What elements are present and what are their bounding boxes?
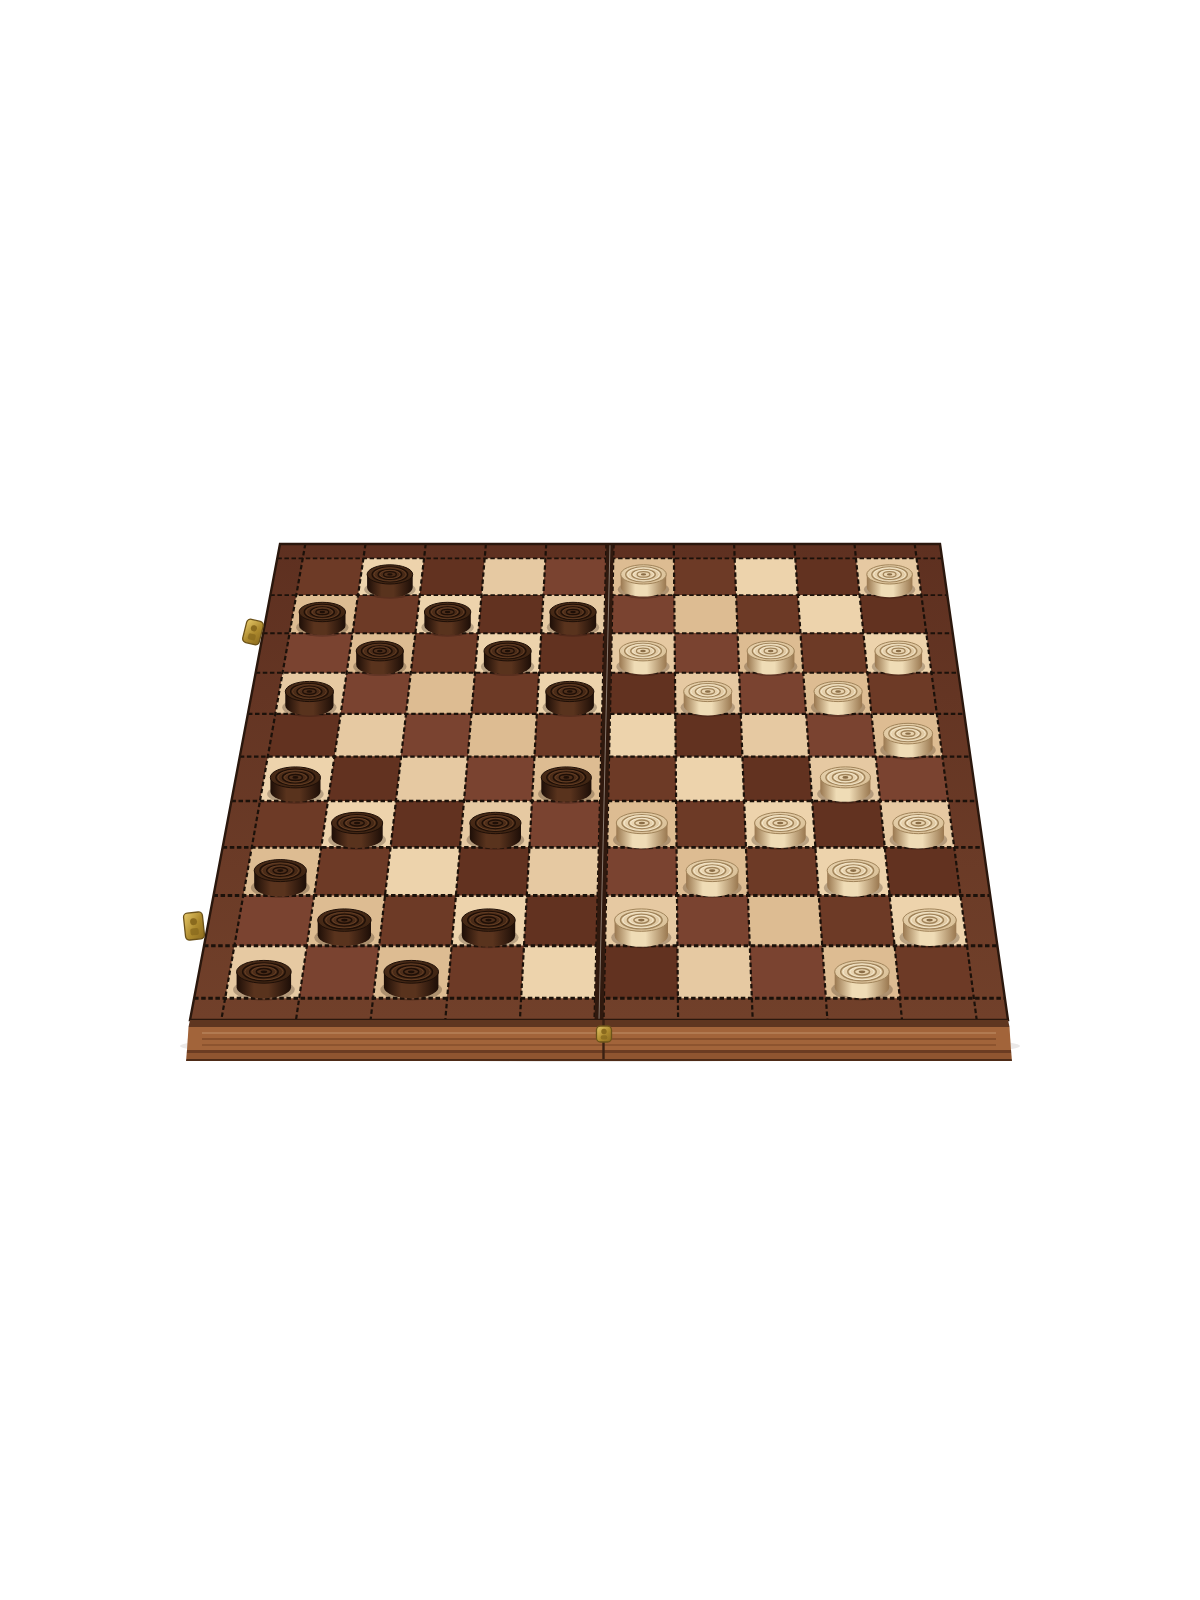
dark-checker-r10c1 [233,960,295,1000]
square-r2c6 [612,595,675,633]
square-r2c8 [736,595,800,633]
dark-checker-r9c2 [314,909,374,948]
light-checker-r9c6 [611,909,671,948]
square-r6c7 [676,757,744,801]
square-r1c7 [674,558,736,595]
square-r9c8 [748,896,822,946]
square-r5c5 [534,714,602,757]
dark-checker-r1c2 [364,565,415,599]
light-checker-r4c7 [681,681,735,717]
light-checker-r7c8 [751,812,809,850]
square-r8c6 [606,847,677,895]
square-r6c4 [464,757,534,801]
dark-checker-r6c1 [267,767,324,804]
square-r10c4 [447,946,524,999]
checkers-board-photo [0,0,1200,1600]
square-r10c7 [677,946,752,999]
dark-checker-r8c1 [251,860,310,899]
box-side-groove [187,1050,1012,1053]
square-r4c8 [739,673,806,714]
square-r6c6 [608,757,676,801]
square-r6c2 [328,757,401,801]
square-r1c9 [795,558,859,595]
square-r2c10 [860,595,927,633]
square-r1c4 [482,558,546,595]
light-checker-r3c6 [616,641,669,676]
square-r7c5 [529,801,600,847]
square-r9c7 [677,896,750,946]
light-checker-r10c9 [831,960,893,1000]
square-r8c8 [746,847,819,895]
square-r2c9 [798,595,864,633]
dark-checker-r2c5 [547,602,599,636]
square-r2c4 [478,595,543,633]
light-checker-r3c10 [872,641,925,676]
brass-hinge-center [597,1026,612,1042]
square-r9c9 [819,896,895,946]
square-r5c6 [609,714,676,757]
square-r4c4 [471,673,539,714]
square-r3c3 [411,633,479,673]
square-r7c3 [391,801,464,847]
square-r5c1 [268,714,341,757]
box-side-bottom-edge [186,1059,1012,1061]
dark-checker-r2c3 [421,602,473,636]
square-r5c9 [806,714,876,757]
brass-clasp-lower [183,912,205,941]
light-checker-r6c9 [817,767,874,804]
light-checker-r5c10 [880,723,936,759]
light-checker-r3c8 [744,641,797,676]
square-r10c5 [521,946,596,999]
light-checker-r4c9 [811,681,865,717]
square-r1c8 [735,558,798,595]
square-r5c2 [335,714,407,757]
square-r2c7 [674,595,737,633]
square-r3c1 [283,633,353,673]
dark-checker-r3c2 [353,641,406,676]
square-r1c5 [543,558,606,595]
square-r8c4 [456,847,530,895]
dark-checker-r3c4 [481,641,534,676]
dark-checker-r7c2 [328,812,386,850]
square-r3c7 [675,633,740,673]
dark-checker-r7c4 [467,812,525,850]
dark-checker-r10c3 [380,960,442,1000]
square-r4c2 [341,673,411,714]
square-r1c1 [296,558,363,595]
box-side-lower [186,1053,1012,1059]
square-r6c3 [396,757,468,801]
square-r7c9 [812,801,885,847]
light-checker-r9c10 [900,909,960,948]
light-checker-r8c9 [824,860,883,899]
square-r4c10 [867,673,937,714]
square-r9c3 [379,896,456,946]
square-r1c3 [420,558,485,595]
square-r8c10 [885,847,961,895]
square-r5c8 [741,714,809,757]
square-r7c7 [676,801,746,847]
square-r9c1 [234,896,314,946]
light-checker-r1c6 [618,565,669,599]
dark-checker-r9c4 [458,909,518,948]
square-r6c10 [876,757,949,801]
dark-checker-r6c5 [538,767,595,804]
square-r8c5 [527,847,599,895]
square-r5c3 [401,714,471,757]
square-r10c2 [299,946,379,999]
light-checker-r1c10 [864,565,915,599]
square-r3c5 [539,633,604,673]
light-checker-r7c10 [890,812,948,850]
light-checker-r7c6 [613,812,671,850]
dark-checker-r4c5 [543,681,597,717]
square-r3c9 [801,633,868,673]
square-r5c4 [468,714,537,757]
square-r4c3 [406,673,475,714]
light-checker-r8c7 [683,860,742,899]
square-r5c7 [675,714,742,757]
dark-checker-r4c1 [282,681,336,717]
square-r8c2 [314,847,390,895]
product-photo-stage [0,0,1200,1600]
square-r10c10 [895,946,974,999]
square-r10c6 [604,946,678,999]
square-r2c2 [353,595,420,633]
square-r10c8 [750,946,826,999]
square-r6c8 [742,757,812,801]
square-r9c5 [524,896,598,946]
dark-checker-r2c1 [296,602,348,636]
square-r7c1 [252,801,328,847]
square-r4c6 [610,673,675,714]
square-r8c3 [385,847,460,895]
